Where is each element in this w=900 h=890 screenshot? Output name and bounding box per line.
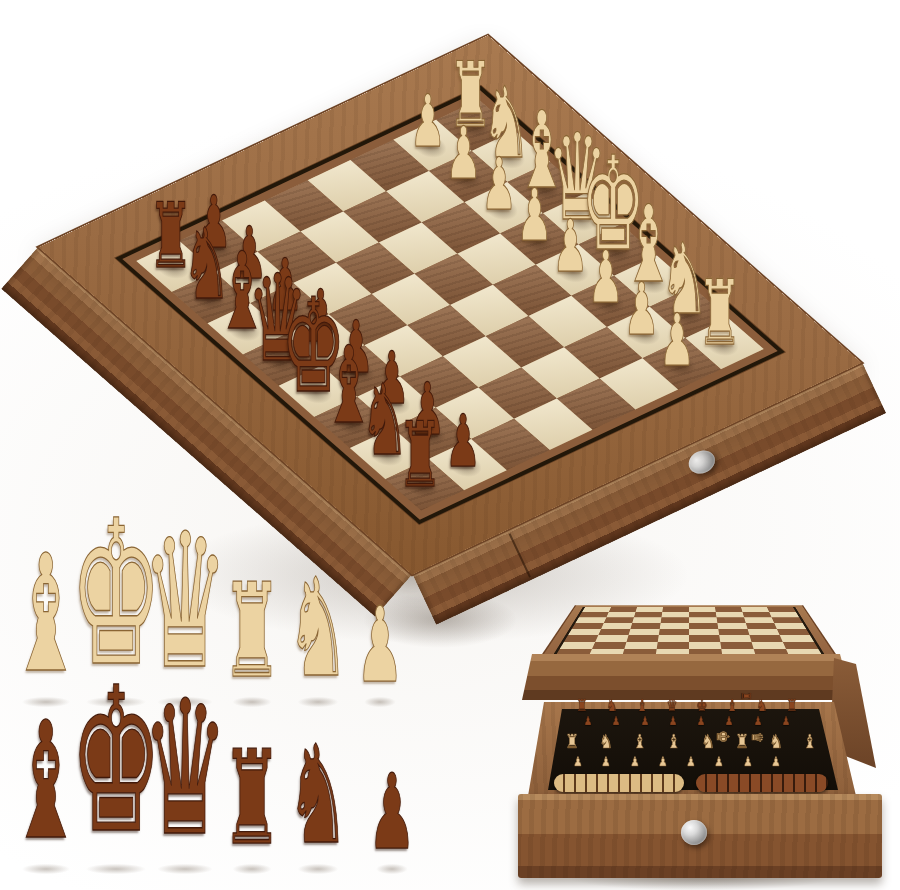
piece-white-pawn: ♟ bbox=[624, 274, 660, 342]
drawer-light-pawn: ♟ bbox=[771, 755, 780, 768]
drawer-light-rook: ♜ bbox=[565, 732, 579, 751]
drawer-dark-pawn: ♟ bbox=[753, 715, 762, 727]
drawer-dark-queen: ♛ bbox=[666, 698, 677, 714]
mini-drawer-knob-icon bbox=[681, 820, 707, 845]
drawer-light-pawn: ♟ bbox=[715, 755, 724, 768]
lineup-light-pawn: ♟ bbox=[356, 598, 404, 694]
piece-black-rook: ♜ bbox=[398, 412, 443, 497]
drawer-dark-pawn: ♟ bbox=[669, 715, 678, 727]
mini-chess-board bbox=[555, 607, 823, 657]
piece-white-pawn: ♟ bbox=[481, 150, 517, 218]
drawer-dark-king: ♚ bbox=[696, 698, 707, 714]
drawer-dark-rook: ♜ bbox=[786, 698, 797, 714]
drawer-dark-bishop: ♝ bbox=[726, 698, 737, 714]
piece-white-pawn: ♟ bbox=[553, 212, 589, 280]
drawer-dark-knight: ♞ bbox=[606, 698, 617, 714]
piece-white-pawn: ♟ bbox=[588, 243, 624, 311]
drawer-light-bishop: ♝ bbox=[667, 732, 681, 751]
product-photo-stage: ♜♞♝♛♚♝♞♜♟♟♟♟♟♟♟♟♟♟♟♟♟♟♟♟♜♞♝♛♚♝♞♜ ♝♚♛♜♞♟♝… bbox=[0, 0, 900, 890]
mini-box-top-surface bbox=[540, 605, 838, 660]
drawer-dark-pawn: ♟ bbox=[697, 715, 706, 727]
lineup-light-rook: ♜ bbox=[222, 572, 283, 692]
drawer-light-pawn: ♟ bbox=[743, 755, 752, 768]
checkers-tray-light bbox=[554, 774, 684, 792]
lineup-dark-rook: ♜ bbox=[222, 739, 283, 859]
drawer-dark-pawn: ♟ bbox=[640, 715, 649, 727]
mini-drawer-front bbox=[518, 794, 882, 878]
lineup-light-knight: ♞ bbox=[286, 566, 349, 691]
drawer-lying-dark-rook: ♜ bbox=[740, 691, 752, 700]
drawer-dark-pawn: ♟ bbox=[612, 715, 621, 727]
lineup-dark-knight: ♞ bbox=[286, 733, 349, 858]
drawer-light-pawn: ♟ bbox=[686, 755, 695, 768]
drawer-light-knight: ♞ bbox=[599, 732, 613, 751]
lineup-dark-queen: ♛ bbox=[142, 683, 229, 854]
mini-box-body bbox=[522, 654, 858, 704]
drawer-dark-pawn: ♟ bbox=[725, 715, 734, 727]
drawer-light-bishop: ♝ bbox=[803, 732, 817, 751]
drawer-dark-pawn: ♟ bbox=[782, 715, 791, 727]
piece-white-rook: ♜ bbox=[698, 270, 743, 355]
drawer-dark-rook: ♜ bbox=[576, 698, 587, 714]
piece-white-pawn: ♟ bbox=[659, 306, 695, 374]
drawer-light-pawn: ♟ bbox=[573, 755, 582, 768]
drawer-dark-knight: ♞ bbox=[756, 698, 767, 714]
drawer-light-bishop: ♝ bbox=[633, 732, 647, 751]
mini-drawer-contents: ♜♞♝♛♚♝♞♜♟♟♟♟♟♟♟♟♜♞♝♝♞♜♞♝♟♟♟♟♟♟♟♟♚♛♜ bbox=[524, 700, 860, 798]
checkers-tray-dark bbox=[696, 774, 828, 792]
drawer-dark-pawn: ♟ bbox=[584, 715, 593, 727]
piece-white-pawn: ♟ bbox=[517, 181, 553, 249]
drawer-lying-light-king: ♚ bbox=[714, 730, 731, 743]
piece-white-pawn: ♟ bbox=[446, 118, 482, 186]
piece-white-pawn: ♟ bbox=[410, 87, 446, 155]
main-box-drawer-knob-icon bbox=[685, 446, 719, 477]
piece-black-pawn: ♟ bbox=[445, 406, 481, 474]
main-box-drawer-seam bbox=[509, 533, 531, 577]
drawer-light-knight: ♞ bbox=[769, 732, 783, 751]
drawer-light-pawn: ♟ bbox=[602, 755, 611, 768]
drawer-dark-bishop: ♝ bbox=[636, 698, 647, 714]
lineup-dark-pawn: ♟ bbox=[368, 765, 416, 861]
drawer-light-pawn: ♟ bbox=[630, 755, 639, 768]
drawer-light-pawn: ♟ bbox=[658, 755, 667, 768]
drawer-lying-light-queen: ♛ bbox=[749, 732, 764, 743]
